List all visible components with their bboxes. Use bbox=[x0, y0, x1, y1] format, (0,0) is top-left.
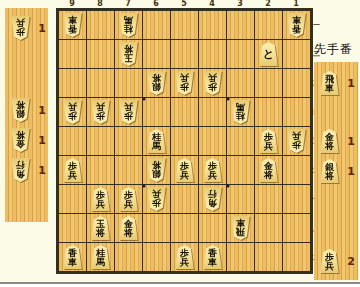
board-cell[interactable]: 香車 bbox=[283, 11, 310, 39]
hand-count: 1 bbox=[347, 77, 355, 90]
board-cell[interactable]: 金将 bbox=[255, 156, 282, 184]
piece-face: 金将 bbox=[319, 129, 340, 153]
file-label: 3 bbox=[226, 0, 254, 8]
shogi-piece-金将[interactable]: 金将 bbox=[258, 158, 279, 182]
sente-captured-stand: 飛車1金将1銀将1歩兵2 bbox=[314, 62, 358, 280]
board-cell[interactable]: 歩兵 bbox=[115, 185, 142, 213]
turn-indicator: 先手番 bbox=[314, 41, 353, 58]
board-cell[interactable] bbox=[171, 98, 198, 126]
shogi-app: 歩兵1銀将1金将1角行1 987654321 香車桂馬香車玉将と銀将歩兵歩兵歩兵… bbox=[0, 0, 360, 287]
piece-face: 歩兵 bbox=[202, 71, 223, 95]
board-cell[interactable] bbox=[143, 11, 170, 39]
file-label: 8 bbox=[86, 0, 114, 8]
board-cell[interactable] bbox=[227, 243, 254, 271]
board-cell[interactable] bbox=[171, 185, 198, 213]
shogi-piece-銀将[interactable]: 銀将 bbox=[146, 158, 167, 182]
board-cell[interactable] bbox=[59, 214, 86, 242]
board-cell[interactable]: 歩兵 bbox=[171, 69, 198, 97]
piece-face: 角行 bbox=[202, 187, 223, 211]
hand-count: 1 bbox=[347, 165, 355, 178]
file-label: 7 bbox=[114, 0, 142, 8]
board-cell[interactable]: 玉将 bbox=[87, 214, 114, 242]
file-label: 1 bbox=[282, 0, 310, 8]
piece-face: 歩兵 bbox=[202, 158, 223, 182]
hand-slot: 金将1 bbox=[319, 128, 355, 154]
shogi-piece-歩兵[interactable]: 歩兵 bbox=[118, 100, 139, 124]
piece-face: 飛車 bbox=[319, 71, 340, 95]
board-cell[interactable]: 歩兵 bbox=[59, 156, 86, 184]
hand-count: 1 bbox=[38, 134, 46, 147]
board-cell[interactable]: 歩兵 bbox=[199, 69, 226, 97]
piece-face: 金将 bbox=[258, 158, 279, 182]
piece-face: 歩兵 bbox=[146, 187, 167, 211]
shogi-piece-歩兵[interactable]: 歩兵 bbox=[90, 187, 111, 211]
hand-slot: 金将1 bbox=[10, 127, 46, 153]
file-labels: 987654321 bbox=[58, 0, 311, 8]
board-cell[interactable]: 桂馬 bbox=[115, 11, 142, 39]
piece-face: 玉将 bbox=[90, 216, 111, 240]
board-cell[interactable] bbox=[143, 243, 170, 271]
piece-face: 歩兵 bbox=[258, 129, 279, 153]
hand-count: 1 bbox=[38, 22, 46, 35]
board-cell[interactable] bbox=[87, 156, 114, 184]
board-cell[interactable]: 金将 bbox=[115, 214, 142, 242]
piece-face: 歩兵 bbox=[90, 100, 111, 124]
shogi-piece-香車[interactable]: 香車 bbox=[286, 13, 307, 37]
board-cell[interactable] bbox=[283, 214, 310, 242]
piece-face: 香車 bbox=[62, 13, 83, 37]
board-cell[interactable]: 角行 bbox=[199, 185, 226, 213]
hand-count: 2 bbox=[347, 255, 355, 268]
piece-face: 銀将 bbox=[319, 159, 340, 183]
board-cell[interactable] bbox=[87, 127, 114, 155]
shogi-piece-桂馬[interactable]: 桂馬 bbox=[230, 100, 251, 124]
board-cell[interactable] bbox=[171, 127, 198, 155]
board-cell[interactable]: 歩兵 bbox=[199, 156, 226, 184]
shogi-piece-銀将[interactable]: 銀将 bbox=[146, 71, 167, 95]
board-cell[interactable] bbox=[87, 40, 114, 68]
shogi-piece-角行[interactable]: 角行 bbox=[10, 158, 31, 182]
shogi-piece-歩兵[interactable]: 歩兵 bbox=[62, 100, 83, 124]
board-cell[interactable] bbox=[199, 127, 226, 155]
board-cell[interactable]: 銀将 bbox=[143, 69, 170, 97]
shogi-piece-歩兵[interactable]: 歩兵 bbox=[118, 187, 139, 211]
piece-face: 飛車 bbox=[230, 216, 251, 240]
board-cell[interactable]: と bbox=[255, 40, 282, 68]
board-cell[interactable] bbox=[283, 243, 310, 271]
board-cell[interactable] bbox=[143, 214, 170, 242]
piece-face: 金将 bbox=[118, 216, 139, 240]
shogi-board[interactable]: 香車桂馬香車玉将と銀将歩兵歩兵歩兵歩兵歩兵桂馬桂馬歩兵歩兵歩兵銀将歩兵歩兵金将歩… bbox=[56, 8, 313, 274]
board-cell[interactable] bbox=[115, 69, 142, 97]
piece-face: 桂馬 bbox=[230, 100, 251, 124]
shogi-piece-歩兵[interactable]: 歩兵 bbox=[286, 129, 307, 153]
board-cell[interactable]: 歩兵 bbox=[87, 185, 114, 213]
board-cell[interactable] bbox=[283, 185, 310, 213]
shogi-piece-金将[interactable]: 金将 bbox=[319, 129, 340, 153]
board-cell[interactable] bbox=[199, 98, 226, 126]
piece-face: 桂馬 bbox=[90, 245, 111, 269]
board-cell[interactable] bbox=[255, 98, 282, 126]
shogi-piece-香車[interactable]: 香車 bbox=[62, 245, 83, 269]
file-label: 6 bbox=[142, 0, 170, 8]
board-cell[interactable] bbox=[283, 98, 310, 126]
piece-face: 歩兵 bbox=[174, 71, 195, 95]
board-cell[interactable] bbox=[143, 98, 170, 126]
board-cell[interactable]: 香車 bbox=[199, 243, 226, 271]
board-cell[interactable] bbox=[87, 11, 114, 39]
board-cell[interactable]: 桂馬 bbox=[87, 243, 114, 271]
board-cell[interactable] bbox=[227, 11, 254, 39]
star-point bbox=[143, 185, 146, 188]
shogi-piece-飛車[interactable]: 飛車 bbox=[230, 216, 251, 240]
piece-face: 歩兵 bbox=[62, 100, 83, 124]
piece-face: 銀将 bbox=[146, 158, 167, 182]
hand-slot: 角行1 bbox=[10, 157, 46, 183]
shogi-piece-桂馬[interactable]: 桂馬 bbox=[146, 129, 167, 153]
board-cell[interactable] bbox=[59, 69, 86, 97]
board-cell[interactable]: 歩兵 bbox=[87, 98, 114, 126]
shogi-piece-金将[interactable]: 金将 bbox=[10, 128, 31, 152]
shogi-piece-歩兵[interactable]: 歩兵 bbox=[174, 245, 195, 269]
board-cell[interactable] bbox=[171, 214, 198, 242]
piece-face: 香車 bbox=[202, 245, 223, 269]
board-cell[interactable]: 歩兵 bbox=[171, 156, 198, 184]
board-cell[interactable] bbox=[227, 40, 254, 68]
shogi-piece-香車[interactable]: 香車 bbox=[202, 245, 223, 269]
board-cell[interactable] bbox=[115, 127, 142, 155]
hand-count: 1 bbox=[347, 135, 355, 148]
board-cell[interactable] bbox=[59, 127, 86, 155]
board-cell[interactable]: 歩兵 bbox=[255, 127, 282, 155]
piece-face: 歩兵 bbox=[10, 16, 31, 40]
board-cell[interactable] bbox=[255, 214, 282, 242]
hand-count: 1 bbox=[38, 104, 46, 117]
star-point bbox=[227, 185, 230, 188]
piece-face: 歩兵 bbox=[62, 158, 83, 182]
shogi-piece-歩兵[interactable]: 歩兵 bbox=[90, 100, 111, 124]
board-cell[interactable]: 歩兵 bbox=[171, 243, 198, 271]
piece-face: 銀将 bbox=[10, 98, 31, 122]
board-cell[interactable]: 歩兵 bbox=[59, 98, 86, 126]
board-cell[interactable]: 歩兵 bbox=[143, 185, 170, 213]
piece-face: 歩兵 bbox=[174, 158, 195, 182]
board-cell[interactable] bbox=[115, 243, 142, 271]
piece-face: 歩兵 bbox=[174, 245, 195, 269]
piece-face: 銀将 bbox=[146, 71, 167, 95]
shogi-piece-歩兵[interactable]: 歩兵 bbox=[202, 71, 223, 95]
piece-face: 玉将 bbox=[118, 42, 139, 66]
piece-face: 歩兵 bbox=[319, 249, 340, 273]
board-cell[interactable] bbox=[199, 214, 226, 242]
board-cell[interactable]: 香車 bbox=[59, 11, 86, 39]
file-label: 4 bbox=[198, 0, 226, 8]
shogi-piece-香車[interactable]: 香車 bbox=[62, 13, 83, 37]
piece-face: 歩兵 bbox=[90, 187, 111, 211]
shogi-piece-銀将[interactable]: 銀将 bbox=[319, 159, 340, 183]
board-cell[interactable] bbox=[199, 40, 226, 68]
board-cell[interactable]: 銀将 bbox=[143, 156, 170, 184]
board-cell[interactable] bbox=[199, 11, 226, 39]
shogi-piece-歩兵[interactable]: 歩兵 bbox=[10, 16, 31, 40]
hand-slot: 銀将1 bbox=[10, 97, 46, 123]
shogi-piece-と[interactable]: と bbox=[258, 42, 279, 66]
piece-face: 香車 bbox=[62, 245, 83, 269]
board-cell[interactable] bbox=[115, 156, 142, 184]
board-cell[interactable] bbox=[171, 11, 198, 39]
shogi-piece-飛車[interactable]: 飛車 bbox=[319, 71, 340, 95]
board-cell[interactable]: 歩兵 bbox=[283, 127, 310, 155]
hand-slot: 歩兵2 bbox=[319, 248, 355, 274]
piece-face: 歩兵 bbox=[118, 187, 139, 211]
shogi-piece-歩兵[interactable]: 歩兵 bbox=[319, 249, 340, 273]
hand-slot: 飛車1 bbox=[319, 70, 355, 96]
gote-captured-stand: 歩兵1銀将1金将1角行1 bbox=[5, 8, 48, 222]
shogi-piece-歩兵[interactable]: 歩兵 bbox=[258, 129, 279, 153]
board-cell[interactable]: 香車 bbox=[59, 243, 86, 271]
piece-face: 桂馬 bbox=[118, 13, 139, 37]
hand-slot: 銀将1 bbox=[319, 158, 355, 184]
board-cell[interactable] bbox=[283, 69, 310, 97]
board-cell[interactable] bbox=[59, 185, 86, 213]
file-label: 5 bbox=[170, 0, 198, 8]
board-cell[interactable] bbox=[255, 69, 282, 97]
board-cell[interactable]: 桂馬 bbox=[227, 98, 254, 126]
star-point bbox=[143, 98, 146, 101]
board-cell[interactable] bbox=[283, 40, 310, 68]
shogi-piece-歩兵[interactable]: 歩兵 bbox=[62, 158, 83, 182]
hand-slot: 歩兵1 bbox=[10, 15, 46, 41]
shogi-piece-桂馬[interactable]: 桂馬 bbox=[118, 13, 139, 37]
board-cell[interactable] bbox=[255, 11, 282, 39]
board-cell[interactable] bbox=[227, 127, 254, 155]
board-cell[interactable] bbox=[255, 185, 282, 213]
shogi-piece-玉将[interactable]: 玉将 bbox=[118, 42, 139, 66]
board-cell[interactable] bbox=[143, 40, 170, 68]
board-cell[interactable] bbox=[59, 40, 86, 68]
board-cell[interactable] bbox=[283, 156, 310, 184]
shogi-piece-金将[interactable]: 金将 bbox=[118, 216, 139, 240]
file-label: 9 bbox=[58, 0, 86, 8]
board-cell[interactable] bbox=[227, 69, 254, 97]
shogi-piece-桂馬[interactable]: 桂馬 bbox=[90, 245, 111, 269]
piece-face: と bbox=[258, 42, 279, 66]
shogi-piece-歩兵[interactable]: 歩兵 bbox=[146, 187, 167, 211]
board-cell[interactable] bbox=[87, 69, 114, 97]
hand-count: 1 bbox=[38, 164, 46, 177]
board-cell[interactable] bbox=[255, 243, 282, 271]
piece-face: 角行 bbox=[10, 158, 31, 182]
shogi-piece-歩兵[interactable]: 歩兵 bbox=[202, 158, 223, 182]
shogi-piece-歩兵[interactable]: 歩兵 bbox=[174, 158, 195, 182]
shogi-piece-銀将[interactable]: 銀将 bbox=[10, 98, 31, 122]
piece-face: 歩兵 bbox=[286, 129, 307, 153]
shogi-piece-玉将[interactable]: 玉将 bbox=[90, 216, 111, 240]
star-point bbox=[227, 98, 230, 101]
rank-label: 一 bbox=[313, 10, 320, 39]
board-cell[interactable]: 玉将 bbox=[115, 40, 142, 68]
board-cell[interactable] bbox=[227, 156, 254, 184]
piece-face: 桂馬 bbox=[146, 129, 167, 153]
board-cell[interactable]: 飛車 bbox=[227, 214, 254, 242]
board-cell[interactable]: 歩兵 bbox=[115, 98, 142, 126]
file-label: 2 bbox=[254, 0, 282, 8]
piece-face: 金将 bbox=[10, 128, 31, 152]
board-cell[interactable]: 桂馬 bbox=[143, 127, 170, 155]
board-cell[interactable] bbox=[227, 185, 254, 213]
board-cell[interactable] bbox=[171, 40, 198, 68]
piece-face: 香車 bbox=[286, 13, 307, 37]
shogi-piece-角行[interactable]: 角行 bbox=[202, 187, 223, 211]
piece-face: 歩兵 bbox=[118, 100, 139, 124]
shogi-piece-歩兵[interactable]: 歩兵 bbox=[174, 71, 195, 95]
